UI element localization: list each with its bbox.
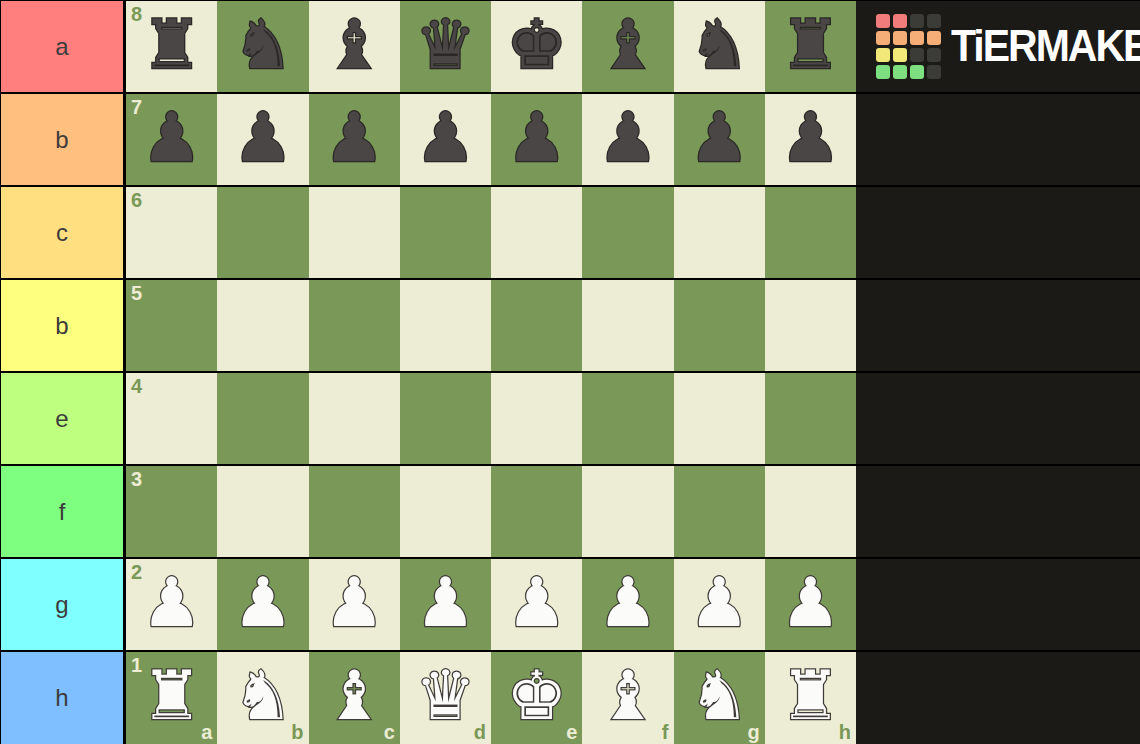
tier-row-4: b5 — [0, 280, 1140, 373]
rank-coordinate-2: 2 — [131, 562, 142, 582]
square-f1: ♝f — [582, 652, 673, 744]
square-h7: ♟ — [765, 94, 856, 185]
tier-item-board-rank-6[interactable]: 6 — [126, 187, 856, 278]
square-b5 — [217, 280, 308, 371]
tier-item-board-rank-7[interactable]: ♟7♟♟♟♟♟♟♟ — [126, 94, 856, 185]
square-b1: ♞b — [217, 652, 308, 744]
tier-item-board-rank-5[interactable]: 5 — [126, 280, 856, 371]
logo-grid-cell-1 — [876, 14, 890, 28]
square-f2: ♟ — [582, 559, 673, 650]
rank-coordinate-1: 1 — [131, 655, 142, 675]
white-pawn-d2: ♟ — [415, 569, 476, 637]
white-pawn-a2: ♟ — [141, 569, 202, 637]
black-knight-g8: ♞ — [689, 11, 750, 79]
file-coordinate-b: b — [291, 722, 303, 742]
square-a5: 5 — [126, 280, 217, 371]
tier-list: a♜8♞♝♛♚♝♞♜b♟7♟♟♟♟♟♟♟c6b5e4f3g♟2♟♟♟♟♟♟♟h♜… — [0, 1, 1140, 744]
square-d1: ♛d — [400, 652, 491, 744]
tier-row-empty-area[interactable] — [856, 373, 1140, 464]
square-h6 — [765, 187, 856, 278]
square-e3 — [491, 466, 582, 557]
tier-item-board-rank-1[interactable]: ♜1a♞b♝c♛d♚e♝f♞g♜h — [126, 652, 856, 744]
black-king-e8: ♚ — [506, 11, 567, 79]
logo-grid-cell-2 — [893, 14, 907, 28]
tier-label-6[interactable]: f — [0, 466, 126, 557]
square-b4 — [217, 373, 308, 464]
logo-grid-cell-16 — [927, 65, 941, 79]
tier-label-text: h — [55, 686, 68, 710]
tier-row-empty-area[interactable] — [856, 187, 1140, 278]
tier-label-7[interactable]: g — [0, 559, 126, 650]
file-coordinate-h: h — [839, 722, 851, 742]
black-knight-b8: ♞ — [232, 11, 293, 79]
tier-label-3[interactable]: c — [0, 187, 126, 278]
square-c7: ♟ — [309, 94, 400, 185]
square-a1: ♜1a — [126, 652, 217, 744]
black-pawn-e7: ♟ — [506, 104, 567, 172]
tier-row-2: b♟7♟♟♟♟♟♟♟ — [0, 94, 1140, 187]
white-knight-b1: ♞ — [232, 662, 293, 730]
square-b7: ♟ — [217, 94, 308, 185]
black-pawn-d7: ♟ — [415, 104, 476, 172]
black-rook-a8: ♜ — [141, 11, 202, 79]
square-e7: ♟ — [491, 94, 582, 185]
square-g2: ♟ — [674, 559, 765, 650]
tiermaker-logo-icon — [876, 14, 941, 79]
square-g4 — [674, 373, 765, 464]
file-coordinate-d: d — [474, 722, 486, 742]
square-c6 — [309, 187, 400, 278]
square-c8: ♝ — [309, 1, 400, 92]
black-pawn-f7: ♟ — [597, 104, 658, 172]
square-d5 — [400, 280, 491, 371]
square-e4 — [491, 373, 582, 464]
tier-row-empty-area[interactable] — [856, 652, 1140, 744]
square-d3 — [400, 466, 491, 557]
tier-row-empty-area[interactable] — [856, 466, 1140, 557]
logo-grid-cell-12 — [927, 48, 941, 62]
tier-row-7: g♟2♟♟♟♟♟♟♟ — [0, 559, 1140, 652]
black-rook-h8: ♜ — [780, 11, 841, 79]
tier-label-text: f — [59, 500, 66, 524]
square-d4 — [400, 373, 491, 464]
logo-grid-cell-8 — [927, 31, 941, 45]
square-g3 — [674, 466, 765, 557]
square-f6 — [582, 187, 673, 278]
tier-item-board-rank-4[interactable]: 4 — [126, 373, 856, 464]
black-bishop-c8: ♝ — [324, 11, 385, 79]
tier-label-text: b — [55, 314, 68, 338]
logo-grid-cell-15 — [910, 65, 924, 79]
white-rook-h1: ♜ — [780, 662, 841, 730]
tiermaker-logo-wordmark: TiERMAKER — [951, 24, 1140, 68]
white-rook-a1: ♜ — [141, 662, 202, 730]
white-knight-g1: ♞ — [689, 662, 750, 730]
square-d7: ♟ — [400, 94, 491, 185]
logo-grid-cell-5 — [876, 31, 890, 45]
square-f3 — [582, 466, 673, 557]
tier-item-board-rank-2[interactable]: ♟2♟♟♟♟♟♟♟ — [126, 559, 856, 650]
tier-row-8: h♜1a♞b♝c♛d♚e♝f♞g♜h — [0, 652, 1140, 744]
square-h4 — [765, 373, 856, 464]
tier-label-8[interactable]: h — [0, 652, 126, 744]
square-h2: ♟ — [765, 559, 856, 650]
square-a4: 4 — [126, 373, 217, 464]
logo-grid-cell-3 — [910, 14, 924, 28]
square-h3 — [765, 466, 856, 557]
white-pawn-b2: ♟ — [232, 569, 293, 637]
square-f7: ♟ — [582, 94, 673, 185]
file-coordinate-e: e — [566, 722, 577, 742]
tier-row-6: f3 — [0, 466, 1140, 559]
tier-label-text: c — [56, 221, 68, 245]
square-e2: ♟ — [491, 559, 582, 650]
rank-coordinate-6: 6 — [131, 190, 142, 210]
white-queen-d1: ♛ — [415, 662, 476, 730]
rank-coordinate-4: 4 — [131, 376, 142, 396]
black-queen-d8: ♛ — [415, 11, 476, 79]
black-bishop-f8: ♝ — [597, 11, 658, 79]
square-a6: 6 — [126, 187, 217, 278]
square-h8: ♜ — [765, 1, 856, 92]
square-g5 — [674, 280, 765, 371]
black-pawn-g7: ♟ — [689, 104, 750, 172]
square-b8: ♞ — [217, 1, 308, 92]
square-a8: ♜8 — [126, 1, 217, 92]
tier-label-text: a — [55, 35, 68, 59]
rank-coordinate-8: 8 — [131, 4, 142, 24]
rank-coordinate-7: 7 — [131, 97, 142, 117]
rank-coordinate-5: 5 — [131, 283, 142, 303]
square-g6 — [674, 187, 765, 278]
tier-row-empty-area[interactable] — [856, 280, 1140, 371]
square-d2: ♟ — [400, 559, 491, 650]
white-king-e1: ♚ — [506, 662, 567, 730]
square-c2: ♟ — [309, 559, 400, 650]
tier-item-board-rank-8[interactable]: ♜8♞♝♛♚♝♞♜ — [126, 1, 856, 92]
tier-row-5: e4 — [0, 373, 1140, 466]
logo-grid-cell-10 — [893, 48, 907, 62]
square-c1: ♝c — [309, 652, 400, 744]
square-e8: ♚ — [491, 1, 582, 92]
file-coordinate-g: g — [748, 722, 760, 742]
tiermaker-logo[interactable]: TiERMAKER — [876, 1, 1140, 92]
white-pawn-f2: ♟ — [597, 569, 658, 637]
logo-grid-cell-14 — [893, 65, 907, 79]
square-e5 — [491, 280, 582, 371]
white-pawn-e2: ♟ — [506, 569, 567, 637]
file-coordinate-a: a — [201, 722, 212, 742]
tier-label-text: e — [55, 407, 68, 431]
logo-grid-cell-7 — [910, 31, 924, 45]
square-e1: ♚e — [491, 652, 582, 744]
tier-row-3: c6 — [0, 187, 1140, 280]
square-c4 — [309, 373, 400, 464]
white-pawn-c2: ♟ — [324, 569, 385, 637]
square-f8: ♝ — [582, 1, 673, 92]
tier-item-board-rank-3[interactable]: 3 — [126, 466, 856, 557]
file-coordinate-c: c — [384, 722, 395, 742]
square-b3 — [217, 466, 308, 557]
black-pawn-a7: ♟ — [141, 104, 202, 172]
white-bishop-c1: ♝ — [324, 662, 385, 730]
logo-grid-cell-9 — [876, 48, 890, 62]
square-e6 — [491, 187, 582, 278]
square-c3 — [309, 466, 400, 557]
logo-grid-cell-6 — [893, 31, 907, 45]
white-bishop-f1: ♝ — [597, 662, 658, 730]
rank-coordinate-3: 3 — [131, 469, 142, 489]
logo-grid-cell-11 — [910, 48, 924, 62]
square-c5 — [309, 280, 400, 371]
square-g1: ♞g — [674, 652, 765, 744]
black-pawn-c7: ♟ — [324, 104, 385, 172]
square-h5 — [765, 280, 856, 371]
white-pawn-h2: ♟ — [780, 569, 841, 637]
tier-row-empty-area[interactable] — [856, 94, 1140, 185]
square-b2: ♟ — [217, 559, 308, 650]
tier-label-4[interactable]: b — [0, 280, 126, 371]
tier-label-1[interactable]: a — [0, 1, 126, 92]
logo-grid-cell-4 — [927, 14, 941, 28]
square-f5 — [582, 280, 673, 371]
tier-label-5[interactable]: e — [0, 373, 126, 464]
file-coordinate-f: f — [662, 722, 669, 742]
square-g8: ♞ — [674, 1, 765, 92]
tier-label-2[interactable]: b — [0, 94, 126, 185]
tier-label-text: b — [55, 128, 68, 152]
square-a2: ♟2 — [126, 559, 217, 650]
square-a3: 3 — [126, 466, 217, 557]
square-d8: ♛ — [400, 1, 491, 92]
white-pawn-g2: ♟ — [689, 569, 750, 637]
tiermaker-tierlist-page: a♜8♞♝♛♚♝♞♜b♟7♟♟♟♟♟♟♟c6b5e4f3g♟2♟♟♟♟♟♟♟h♜… — [0, 0, 1140, 744]
square-a7: ♟7 — [126, 94, 217, 185]
logo-grid-cell-13 — [876, 65, 890, 79]
square-f4 — [582, 373, 673, 464]
tier-label-text: g — [55, 593, 68, 617]
square-h1: ♜h — [765, 652, 856, 744]
black-pawn-h7: ♟ — [780, 104, 841, 172]
black-pawn-b7: ♟ — [232, 104, 293, 172]
square-d6 — [400, 187, 491, 278]
tier-row-empty-area[interactable] — [856, 559, 1140, 650]
square-g7: ♟ — [674, 94, 765, 185]
square-b6 — [217, 187, 308, 278]
